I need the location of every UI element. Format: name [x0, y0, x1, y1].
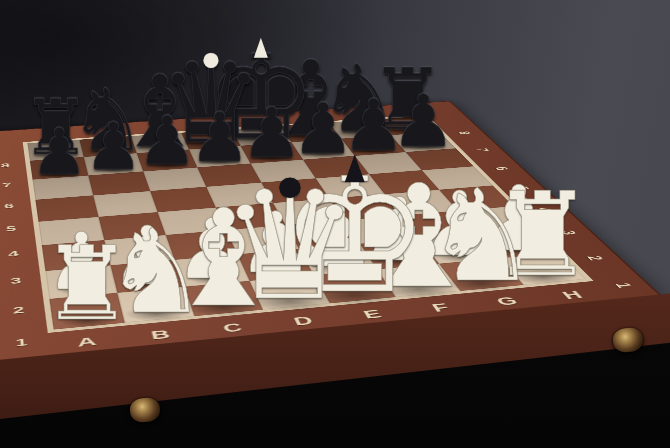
- photo-stage: 87654321 87654321 ABCDEFGH ♜♞♝♚♛♟♝♟♞♟♜♟♟…: [0, 0, 670, 448]
- square-b1[interactable]: [117, 287, 194, 323]
- square-a1[interactable]: [49, 293, 124, 330]
